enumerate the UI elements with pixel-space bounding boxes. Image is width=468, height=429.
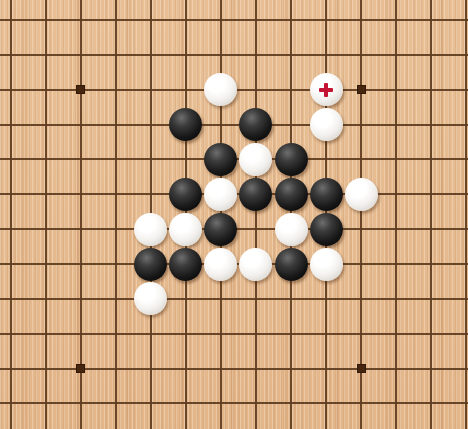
- star-point: [357, 85, 366, 94]
- black-stone: [275, 248, 308, 281]
- black-stone: [204, 143, 237, 176]
- grid-line-vertical: [45, 0, 47, 429]
- white-stone: [204, 73, 237, 106]
- grid-line-vertical: [430, 0, 432, 429]
- white-stone: [310, 248, 343, 281]
- grid-line-horizontal: [0, 124, 468, 126]
- star-point: [76, 364, 85, 373]
- white-stone: [204, 248, 237, 281]
- black-stone: [134, 248, 167, 281]
- white-stone: [134, 282, 167, 315]
- white-stone: [310, 108, 343, 141]
- white-stone: [275, 213, 308, 246]
- grid-line-vertical: [255, 0, 257, 429]
- last-move-marker: [324, 83, 328, 97]
- black-stone: [310, 213, 343, 246]
- white-stone: [134, 213, 167, 246]
- grid-line-horizontal: [0, 19, 468, 21]
- grid-line-horizontal: [0, 402, 468, 404]
- black-stone: [275, 143, 308, 176]
- grid-line-horizontal: [0, 333, 468, 335]
- black-stone: [169, 178, 202, 211]
- star-point: [76, 85, 85, 94]
- black-stone: [204, 213, 237, 246]
- black-stone: [275, 178, 308, 211]
- white-stone: [239, 143, 272, 176]
- black-stone: [169, 248, 202, 281]
- grid-line-horizontal: [0, 368, 468, 370]
- white-stone: [169, 213, 202, 246]
- grid-line-vertical: [395, 0, 397, 429]
- grid-line-horizontal: [0, 298, 468, 300]
- black-stone: [239, 178, 272, 211]
- black-stone: [169, 108, 202, 141]
- white-stone: [204, 178, 237, 211]
- white-stone: [239, 248, 272, 281]
- white-stone: [345, 178, 378, 211]
- black-stone: [239, 108, 272, 141]
- star-point: [357, 364, 366, 373]
- grid-line-horizontal: [0, 54, 468, 56]
- go-board[interactable]: [0, 0, 468, 429]
- black-stone: [310, 178, 343, 211]
- grid-line-vertical: [115, 0, 117, 429]
- screenshot-stage: [0, 0, 468, 429]
- grid-line-vertical: [10, 0, 12, 429]
- grid-line-vertical: [465, 0, 467, 429]
